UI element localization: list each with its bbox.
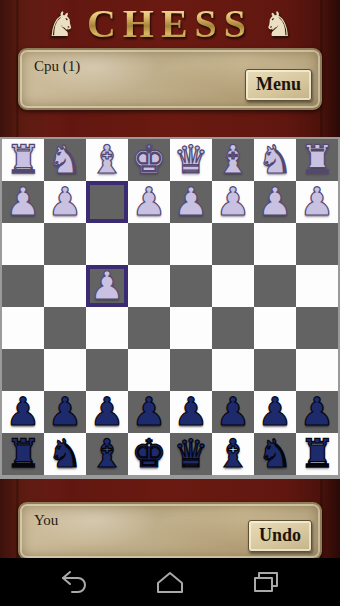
square-c7[interactable]: ♟ xyxy=(212,391,254,433)
white-pawn: ♟ xyxy=(300,181,335,223)
menu-button[interactable]: Menu xyxy=(245,69,312,101)
square-a5[interactable] xyxy=(296,307,338,349)
black-queen: ♛ xyxy=(174,433,209,475)
black-pawn: ♟ xyxy=(300,391,335,433)
square-e4[interactable] xyxy=(128,265,170,307)
white-king: ♚ xyxy=(132,139,167,181)
square-e2[interactable]: ♟ xyxy=(128,181,170,223)
android-navbar xyxy=(0,558,340,606)
square-a8[interactable]: ♜ xyxy=(296,433,338,475)
square-b2[interactable]: ♟ xyxy=(254,181,296,223)
square-g5[interactable] xyxy=(44,307,86,349)
square-a3[interactable] xyxy=(296,223,338,265)
back-icon[interactable] xyxy=(59,569,89,595)
square-e8[interactable]: ♚ xyxy=(128,433,170,475)
square-f2[interactable] xyxy=(86,181,128,223)
square-f5[interactable] xyxy=(86,307,128,349)
recents-icon[interactable] xyxy=(251,569,281,595)
knight-icon: ♞ xyxy=(46,7,76,41)
player-name: You xyxy=(34,512,58,529)
white-pawn: ♟ xyxy=(90,265,125,307)
black-bishop: ♝ xyxy=(90,433,125,475)
white-pawn: ♟ xyxy=(6,181,41,223)
white-pawn: ♟ xyxy=(132,181,167,223)
white-rook: ♜ xyxy=(6,139,41,181)
square-c8[interactable]: ♝ xyxy=(212,433,254,475)
square-b8[interactable]: ♞ xyxy=(254,433,296,475)
black-king: ♚ xyxy=(132,433,167,475)
square-c4[interactable] xyxy=(212,265,254,307)
square-g3[interactable] xyxy=(44,223,86,265)
black-rook: ♜ xyxy=(6,433,41,475)
black-knight: ♞ xyxy=(258,433,293,475)
white-pawn: ♟ xyxy=(48,181,83,223)
white-bishop: ♝ xyxy=(216,139,251,181)
square-d6[interactable] xyxy=(170,349,212,391)
white-knight: ♞ xyxy=(258,139,293,181)
square-a2[interactable]: ♟ xyxy=(296,181,338,223)
white-pawn: ♟ xyxy=(174,181,209,223)
square-b6[interactable] xyxy=(254,349,296,391)
square-h4[interactable] xyxy=(2,265,44,307)
square-g2[interactable]: ♟ xyxy=(44,181,86,223)
undo-button[interactable]: Undo xyxy=(248,520,312,552)
square-e6[interactable] xyxy=(128,349,170,391)
opponent-name: Cpu (1) xyxy=(34,58,80,75)
white-queen: ♛ xyxy=(174,139,209,181)
square-g1[interactable]: ♞ xyxy=(44,139,86,181)
square-d8[interactable]: ♛ xyxy=(170,433,212,475)
square-b5[interactable] xyxy=(254,307,296,349)
square-e1[interactable]: ♚ xyxy=(128,139,170,181)
black-pawn: ♟ xyxy=(90,391,125,433)
player-panel: You Undo xyxy=(18,502,322,560)
square-g8[interactable]: ♞ xyxy=(44,433,86,475)
square-a4[interactable] xyxy=(296,265,338,307)
square-e5[interactable] xyxy=(128,307,170,349)
app-title: CHESS xyxy=(87,4,253,44)
black-bishop: ♝ xyxy=(216,433,251,475)
square-h7[interactable]: ♟ xyxy=(2,391,44,433)
square-b3[interactable] xyxy=(254,223,296,265)
square-h6[interactable] xyxy=(2,349,44,391)
black-pawn: ♟ xyxy=(258,391,293,433)
white-pawn: ♟ xyxy=(258,181,293,223)
black-knight: ♞ xyxy=(48,433,83,475)
square-b1[interactable]: ♞ xyxy=(254,139,296,181)
square-d2[interactable]: ♟ xyxy=(170,181,212,223)
square-g7[interactable]: ♟ xyxy=(44,391,86,433)
title-bar: ♞ CHESS ♞ xyxy=(0,0,340,48)
white-knight: ♞ xyxy=(48,139,83,181)
square-c5[interactable] xyxy=(212,307,254,349)
square-e7[interactable]: ♟ xyxy=(128,391,170,433)
square-c1[interactable]: ♝ xyxy=(212,139,254,181)
black-pawn: ♟ xyxy=(132,391,167,433)
square-d5[interactable] xyxy=(170,307,212,349)
square-a7[interactable]: ♟ xyxy=(296,391,338,433)
square-c2[interactable]: ♟ xyxy=(212,181,254,223)
black-pawn: ♟ xyxy=(216,391,251,433)
square-c6[interactable] xyxy=(212,349,254,391)
square-h1[interactable]: ♜ xyxy=(2,139,44,181)
square-h3[interactable] xyxy=(2,223,44,265)
square-d1[interactable]: ♛ xyxy=(170,139,212,181)
square-f7[interactable]: ♟ xyxy=(86,391,128,433)
square-h2[interactable]: ♟ xyxy=(2,181,44,223)
white-rook: ♜ xyxy=(300,139,335,181)
square-b4[interactable] xyxy=(254,265,296,307)
square-f8[interactable]: ♝ xyxy=(86,433,128,475)
knight-icon: ♞ xyxy=(263,7,293,41)
square-a6[interactable] xyxy=(296,349,338,391)
square-h5[interactable] xyxy=(2,307,44,349)
square-f3[interactable] xyxy=(86,223,128,265)
black-pawn: ♟ xyxy=(174,391,209,433)
square-a1[interactable]: ♜ xyxy=(296,139,338,181)
black-pawn: ♟ xyxy=(48,391,83,433)
square-f4[interactable]: ♟ xyxy=(86,265,128,307)
square-f6[interactable] xyxy=(86,349,128,391)
square-d7[interactable]: ♟ xyxy=(170,391,212,433)
black-pawn: ♟ xyxy=(6,391,41,433)
square-d4[interactable] xyxy=(170,265,212,307)
opponent-panel: Cpu (1) Menu xyxy=(18,48,322,110)
app-window: ♞ CHESS ♞ Cpu (1) Menu ♜♞♝♚♛♝♞♜♟♟♟♟♟♟♟♟♟… xyxy=(0,0,340,606)
square-h8[interactable]: ♜ xyxy=(2,433,44,475)
square-d3[interactable] xyxy=(170,223,212,265)
home-icon[interactable] xyxy=(155,569,185,595)
chess-board: ♜♞♝♚♛♝♞♜♟♟♟♟♟♟♟♟♟♟♟♟♟♟♟♟♜♞♝♚♛♝♞♜ xyxy=(0,137,340,479)
square-f1[interactable]: ♝ xyxy=(86,139,128,181)
square-e3[interactable] xyxy=(128,223,170,265)
white-pawn: ♟ xyxy=(216,181,251,223)
square-g4[interactable] xyxy=(44,265,86,307)
white-bishop: ♝ xyxy=(90,139,125,181)
square-g6[interactable] xyxy=(44,349,86,391)
black-rook: ♜ xyxy=(300,433,335,475)
square-c3[interactable] xyxy=(212,223,254,265)
square-b7[interactable]: ♟ xyxy=(254,391,296,433)
